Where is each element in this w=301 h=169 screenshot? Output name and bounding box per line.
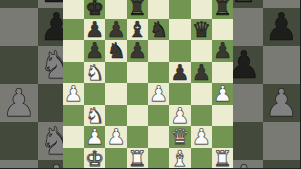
piece-white-knight: ♞ — [85, 105, 104, 127]
square-c6[interactable]: ♞ — [105, 40, 126, 62]
square-e8[interactable] — [148, 0, 169, 19]
square-h2[interactable] — [212, 126, 233, 148]
square-c1[interactable] — [105, 148, 126, 169]
square-a3[interactable] — [63, 105, 84, 127]
bg-square-h5 — [263, 46, 301, 84]
chess-video-frame: ♚♜♜♟♟♝♞♛♟♞♟♟♞♟♟♟♟♟♞♟♟♟♛♟♚♜♝♜ ♚♜♜♟♟♝♞♛♟♞♟… — [0, 0, 300, 168]
square-d4[interactable] — [127, 83, 148, 105]
square-b1[interactable]: ♚ — [84, 148, 105, 169]
square-c4[interactable] — [105, 83, 126, 105]
square-g5[interactable]: ♟ — [191, 62, 212, 84]
square-e3[interactable] — [148, 105, 169, 127]
square-b8[interactable]: ♚ — [84, 0, 105, 19]
square-d1[interactable]: ♜ — [127, 148, 148, 169]
piece-white-knight: ♞ — [85, 62, 104, 84]
square-e2[interactable] — [148, 126, 169, 148]
square-g6[interactable] — [191, 40, 212, 62]
square-a6[interactable] — [63, 40, 84, 62]
bg-square-a4: ♟ — [0, 84, 38, 122]
bg-square-h6: ♟ — [263, 8, 301, 46]
piece-white-pawn: ♟ — [149, 83, 168, 105]
bg-square-a6 — [0, 8, 38, 46]
square-e1[interactable] — [148, 148, 169, 169]
square-f2[interactable]: ♛ — [169, 126, 190, 148]
bg-square-a3 — [0, 122, 38, 160]
piece-black-pawn: ♟ — [192, 62, 211, 84]
piece-white-pawn: ♟ — [106, 126, 125, 148]
square-f7[interactable] — [169, 19, 190, 41]
square-h1[interactable]: ♜ — [212, 148, 233, 169]
square-c7[interactable]: ♟ — [105, 19, 126, 41]
square-h4[interactable]: ♟ — [212, 83, 233, 105]
piece-black-rook: ♜ — [213, 0, 232, 19]
square-a5[interactable] — [63, 62, 84, 84]
square-e7[interactable]: ♞ — [148, 19, 169, 41]
square-f1[interactable]: ♝ — [169, 148, 190, 169]
square-h6[interactable]: ♟ — [212, 40, 233, 62]
piece-black-knight: ♞ — [106, 40, 125, 62]
square-g4[interactable] — [191, 83, 212, 105]
bg-piece-white-pawn: ♟ — [2, 84, 36, 122]
square-b7[interactable]: ♟ — [84, 19, 105, 41]
square-e4[interactable]: ♟ — [148, 83, 169, 105]
bg-square-h4: ♟ — [263, 84, 301, 122]
piece-black-pawn: ♟ — [106, 19, 125, 41]
square-e5[interactable] — [148, 62, 169, 84]
square-e6[interactable] — [148, 40, 169, 62]
square-f6[interactable] — [169, 40, 190, 62]
square-d5[interactable] — [127, 62, 148, 84]
square-f4[interactable] — [169, 83, 190, 105]
piece-white-pawn: ♟ — [64, 83, 83, 105]
square-f3[interactable]: ♟ — [169, 105, 190, 127]
bg-square-h2 — [263, 160, 301, 168]
piece-white-rook: ♜ — [213, 148, 232, 169]
piece-black-pawn: ♟ — [85, 40, 104, 62]
piece-black-rook: ♜ — [128, 0, 147, 19]
square-b3[interactable]: ♞ — [84, 105, 105, 127]
piece-black-queen: ♛ — [192, 19, 211, 41]
piece-white-pawn: ♟ — [192, 126, 211, 148]
piece-white-bishop: ♝ — [170, 148, 189, 169]
piece-white-queen: ♛ — [170, 126, 189, 148]
square-h3[interactable] — [212, 105, 233, 127]
piece-white-pawn: ♟ — [170, 105, 189, 127]
piece-black-king: ♚ — [85, 0, 104, 19]
square-h5[interactable] — [212, 62, 233, 84]
piece-black-pawn: ♟ — [128, 40, 147, 62]
piece-white-pawn: ♟ — [213, 83, 232, 105]
piece-black-bishop: ♝ — [128, 19, 147, 41]
square-d2[interactable] — [127, 126, 148, 148]
square-f8[interactable] — [169, 0, 190, 19]
square-a7[interactable] — [63, 19, 84, 41]
square-g8[interactable] — [191, 0, 212, 19]
square-b2[interactable]: ♟ — [84, 126, 105, 148]
piece-white-king: ♚ — [85, 148, 104, 169]
piece-white-rook: ♜ — [128, 148, 147, 169]
square-c3[interactable] — [105, 105, 126, 127]
piece-black-pawn: ♟ — [85, 19, 104, 41]
piece-black-pawn: ♟ — [170, 62, 189, 84]
square-d8[interactable]: ♜ — [127, 0, 148, 19]
square-g2[interactable]: ♟ — [191, 126, 212, 148]
square-f5[interactable]: ♟ — [169, 62, 190, 84]
square-c8[interactable] — [105, 0, 126, 19]
square-c2[interactable]: ♟ — [105, 126, 126, 148]
square-a1[interactable] — [63, 148, 84, 169]
piece-white-pawn: ♟ — [85, 126, 104, 148]
square-b6[interactable]: ♟ — [84, 40, 105, 62]
square-b4[interactable] — [84, 83, 105, 105]
bg-piece-black-pawn: ♟ — [264, 8, 298, 46]
square-d6[interactable]: ♟ — [127, 40, 148, 62]
square-h7[interactable] — [212, 19, 233, 41]
square-d3[interactable] — [127, 105, 148, 127]
square-g1[interactable] — [191, 148, 212, 169]
bg-square-a2 — [0, 160, 38, 168]
chess-board: ♚♜♜♟♟♝♞♛♟♞♟♟♞♟♟♟♟♟♞♟♟♟♛♟♚♜♝♜ — [63, 0, 234, 168]
square-g7[interactable]: ♛ — [191, 19, 212, 41]
bg-square-h3 — [263, 122, 301, 160]
bg-square-a5 — [0, 46, 38, 84]
piece-black-pawn: ♟ — [213, 40, 232, 62]
square-a4[interactable]: ♟ — [63, 83, 84, 105]
square-a2[interactable] — [63, 126, 84, 148]
square-h8[interactable]: ♜ — [212, 0, 233, 19]
square-g3[interactable] — [191, 105, 212, 127]
bg-piece-white-pawn: ♟ — [264, 84, 298, 122]
square-d7[interactable]: ♝ — [127, 19, 148, 41]
square-c5[interactable] — [105, 62, 126, 84]
piece-black-knight: ♞ — [149, 19, 168, 41]
square-a8[interactable] — [63, 0, 84, 19]
square-b5[interactable]: ♞ — [84, 62, 105, 84]
bg-square-a7 — [0, 0, 38, 8]
